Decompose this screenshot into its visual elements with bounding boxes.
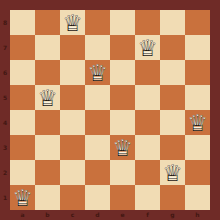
square-e3[interactable]: ♛♕ [110, 135, 135, 160]
square-b8[interactable] [35, 10, 60, 35]
square-b1[interactable] [35, 185, 60, 210]
rank-label-4: 4 [0, 110, 10, 135]
white-queen-piece-fill: ♛ [35, 86, 60, 109]
square-c8[interactable]: ♛♕ [60, 10, 85, 35]
square-d2[interactable] [85, 160, 110, 185]
file-label-b: b [35, 210, 60, 220]
square-g2[interactable]: ♛♕ [160, 160, 185, 185]
square-d5[interactable] [85, 85, 110, 110]
square-h8[interactable] [185, 10, 210, 35]
square-e8[interactable] [110, 10, 135, 35]
file-label-e: e [110, 210, 135, 220]
file-label-g: g [160, 210, 185, 220]
square-h3[interactable] [185, 135, 210, 160]
file-label-f: f [135, 210, 160, 220]
square-e6[interactable] [110, 60, 135, 85]
file-label-c: c [60, 210, 85, 220]
square-h2[interactable] [185, 160, 210, 185]
square-a1[interactable]: ♛♕ [10, 185, 35, 210]
square-d1[interactable] [85, 185, 110, 210]
white-queen-piece-fill: ♛ [185, 111, 210, 134]
square-g7[interactable] [160, 35, 185, 60]
white-queen-piece-fill: ♛ [110, 136, 135, 159]
square-f4[interactable] [135, 110, 160, 135]
square-c3[interactable] [60, 135, 85, 160]
square-c6[interactable] [60, 60, 85, 85]
square-b6[interactable] [35, 60, 60, 85]
rank-label-2: 2 [0, 160, 10, 185]
square-a4[interactable] [10, 110, 35, 135]
square-h5[interactable] [185, 85, 210, 110]
square-c7[interactable] [60, 35, 85, 60]
square-e7[interactable] [110, 35, 135, 60]
board-frame: ♛♕♛♕♛♕♛♕♛♕♛♕♛♕♛♕ 87654321abcdefgh [0, 0, 220, 220]
square-a2[interactable] [10, 160, 35, 185]
white-queen-piece: ♕ [85, 61, 110, 84]
square-c1[interactable] [60, 185, 85, 210]
square-d4[interactable] [85, 110, 110, 135]
square-e4[interactable] [110, 110, 135, 135]
white-queen-piece: ♕ [110, 136, 135, 159]
square-c5[interactable] [60, 85, 85, 110]
square-a6[interactable] [10, 60, 35, 85]
square-g4[interactable] [160, 110, 185, 135]
square-g3[interactable] [160, 135, 185, 160]
white-queen-piece-fill: ♛ [85, 61, 110, 84]
square-f2[interactable] [135, 160, 160, 185]
square-f6[interactable] [135, 60, 160, 85]
square-d8[interactable] [85, 10, 110, 35]
rank-label-6: 6 [0, 60, 10, 85]
white-queen-piece: ♕ [60, 11, 85, 34]
square-h4[interactable]: ♛♕ [185, 110, 210, 135]
square-f8[interactable] [135, 10, 160, 35]
white-queen-piece: ♕ [160, 161, 185, 184]
square-b4[interactable] [35, 110, 60, 135]
square-b5[interactable]: ♛♕ [35, 85, 60, 110]
square-g8[interactable] [160, 10, 185, 35]
rank-label-3: 3 [0, 135, 10, 160]
white-queen-piece-fill: ♛ [60, 11, 85, 34]
white-queen-piece-fill: ♛ [10, 186, 35, 209]
square-d7[interactable] [85, 35, 110, 60]
square-g1[interactable] [160, 185, 185, 210]
square-h7[interactable] [185, 35, 210, 60]
square-f5[interactable] [135, 85, 160, 110]
square-a5[interactable] [10, 85, 35, 110]
square-e5[interactable] [110, 85, 135, 110]
white-queen-piece: ♕ [35, 86, 60, 109]
square-a8[interactable] [10, 10, 35, 35]
white-queen-piece-fill: ♛ [135, 36, 160, 59]
file-label-d: d [85, 210, 110, 220]
rank-label-7: 7 [0, 35, 10, 60]
square-h1[interactable] [185, 185, 210, 210]
chess-board: ♛♕♛♕♛♕♛♕♛♕♛♕♛♕♛♕ [10, 10, 210, 210]
square-a3[interactable] [10, 135, 35, 160]
square-a7[interactable] [10, 35, 35, 60]
square-b3[interactable] [35, 135, 60, 160]
square-d3[interactable] [85, 135, 110, 160]
rank-label-8: 8 [0, 10, 10, 35]
square-d6[interactable]: ♛♕ [85, 60, 110, 85]
square-e1[interactable] [110, 185, 135, 210]
white-queen-piece: ♕ [185, 111, 210, 134]
file-label-a: a [10, 210, 35, 220]
square-c4[interactable] [60, 110, 85, 135]
file-label-h: h [185, 210, 210, 220]
square-f1[interactable] [135, 185, 160, 210]
square-b7[interactable] [35, 35, 60, 60]
square-g5[interactable] [160, 85, 185, 110]
square-f7[interactable]: ♛♕ [135, 35, 160, 60]
white-queen-piece: ♕ [10, 186, 35, 209]
square-e2[interactable] [110, 160, 135, 185]
square-g6[interactable] [160, 60, 185, 85]
square-b2[interactable] [35, 160, 60, 185]
rank-label-1: 1 [0, 185, 10, 210]
square-c2[interactable] [60, 160, 85, 185]
white-queen-piece: ♕ [135, 36, 160, 59]
square-f3[interactable] [135, 135, 160, 160]
square-h6[interactable] [185, 60, 210, 85]
white-queen-piece-fill: ♛ [160, 161, 185, 184]
rank-label-5: 5 [0, 85, 10, 110]
